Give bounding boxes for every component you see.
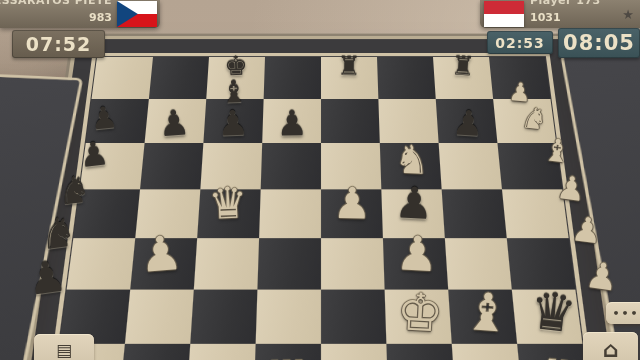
moves-list-button[interactable]: ▤ — [34, 334, 94, 360]
piece-white-pawn-b3[interactable]: ♟ — [138, 229, 184, 280]
captured-white-pawn[interactable]: ♟ — [555, 171, 587, 206]
square-b8[interactable] — [149, 57, 209, 99]
piece-black-pawn-f4[interactable]: ♟ — [394, 181, 435, 226]
captured-white-pawn[interactable]: ♟ — [584, 257, 621, 297]
piece-white-rook-d1[interactable]: ♜ — [261, 354, 312, 360]
square-g2[interactable] — [452, 344, 523, 360]
game-screen: ♚♜♜♝♟♟♟♟♞♟♛♟♟♟♛♚♝♜♜♟♟♞♞♟♟♞♝♟♟♟ TESSARATO… — [0, 0, 640, 360]
square-d6[interactable] — [261, 143, 321, 189]
captured-white-pawn[interactable]: ♟ — [570, 211, 605, 249]
square-g6[interactable] — [439, 143, 502, 189]
clock-right: 08:05 — [558, 28, 640, 58]
piece-white-queen-c4[interactable]: ♛ — [208, 181, 249, 226]
piece-white-pawn-e4[interactable]: ♟ — [332, 182, 371, 226]
square-d3[interactable] — [256, 290, 321, 344]
more-options-button[interactable]: ••• — [606, 302, 640, 324]
home-button[interactable]: ⌂ — [583, 332, 638, 360]
player-left-name: TESSARATOS PIETE — [0, 0, 112, 7]
player-panel-right: Player 173 1031 ★ — [480, 0, 640, 28]
square-e4[interactable] — [321, 238, 385, 289]
square-d8[interactable] — [264, 57, 321, 99]
captured-black-pawn[interactable]: ♟ — [89, 102, 119, 135]
player-right-rating: 1031 — [530, 11, 561, 24]
piece-black-pawn-d6[interactable]: ♟ — [276, 106, 307, 141]
player-right-name: Player 173 — [530, 0, 601, 7]
square-b6[interactable] — [140, 143, 203, 189]
piece-black-rook-g8[interactable]: ♜ — [450, 52, 475, 80]
piece-white-rook-h1[interactable]: ♜ — [534, 352, 591, 360]
square-f2[interactable] — [386, 344, 455, 360]
dots-icon: ••• — [612, 307, 639, 320]
piece-black-pawn-c6[interactable]: ♟ — [216, 106, 248, 142]
piece-black-queen-h2[interactable]: ♛ — [527, 285, 579, 342]
piece-white-bishop-g2[interactable]: ♝ — [461, 286, 511, 341]
piece-white-pawn-f3[interactable]: ♟ — [395, 230, 440, 279]
home-icon: ⌂ — [603, 337, 619, 360]
piece-black-pawn-g6[interactable]: ♟ — [452, 105, 485, 142]
menu-icon: ▤ — [56, 340, 72, 360]
square-a8[interactable] — [92, 57, 153, 99]
square-d5[interactable] — [259, 189, 321, 238]
star-icon: ★ — [622, 7, 634, 22]
square-e3[interactable] — [321, 290, 386, 344]
move-clock-right: 02:53 — [487, 31, 553, 54]
square-e7[interactable] — [321, 99, 380, 143]
piece-black-rook-e8[interactable]: ♜ — [338, 53, 362, 79]
square-b2[interactable] — [119, 344, 190, 360]
captured-white-bishop[interactable]: ♝ — [541, 134, 572, 168]
square-c3[interactable] — [190, 290, 257, 344]
captured-black-pawn[interactable]: ♟ — [25, 254, 69, 302]
indonesia-flag-icon — [484, 1, 524, 27]
captured-white-knight[interactable]: ♞ — [520, 103, 549, 135]
czech-flag-icon — [117, 1, 157, 27]
square-f8[interactable] — [377, 57, 436, 99]
square-c2[interactable] — [186, 344, 255, 360]
square-d4[interactable] — [257, 238, 321, 289]
square-g5[interactable] — [442, 189, 507, 238]
player-panel-left: TESSARATOS PIETE 983 — [0, 0, 160, 28]
square-c4[interactable] — [194, 238, 259, 289]
clock-left: 07:52 — [12, 30, 105, 58]
piece-black-pawn-b6[interactable]: ♟ — [157, 105, 190, 142]
square-e2[interactable] — [321, 344, 388, 360]
captured-black-knight[interactable]: ♞ — [55, 170, 92, 211]
piece-white-knight-f5[interactable]: ♞ — [393, 140, 430, 180]
square-b3[interactable] — [125, 290, 194, 344]
player-left-rating: 983 — [89, 11, 112, 24]
piece-white-king-f2[interactable]: ♚ — [396, 287, 445, 341]
